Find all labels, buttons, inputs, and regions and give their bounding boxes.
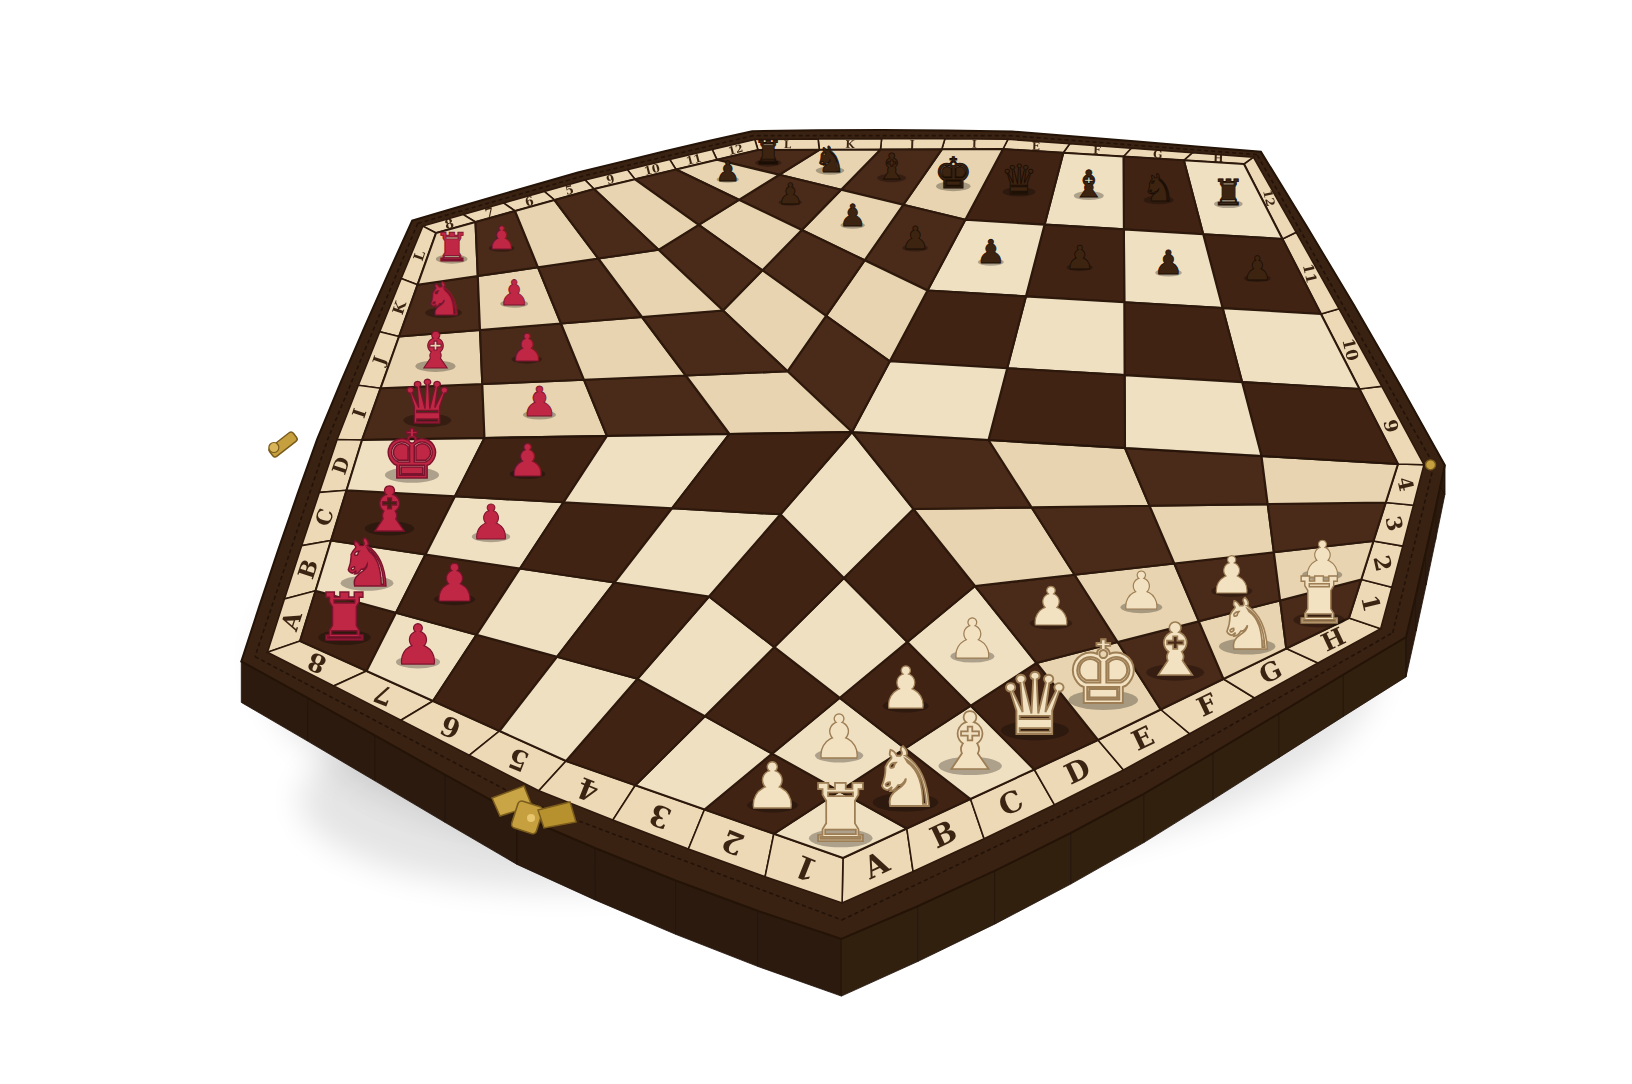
piece-glyph: ♜	[434, 224, 469, 270]
piece-white-knight-g1[interactable]: ♞	[1216, 583, 1279, 666]
piece-glyph: ♝	[935, 695, 1006, 788]
piece-dark-pawn-f11[interactable]: ♟	[1065, 239, 1094, 277]
piece-dark-knight-k12[interactable]: ♞	[814, 139, 846, 180]
piece-dark-pawn-l11[interactable]: ♟	[715, 155, 740, 188]
piece-dark-pawn-j11[interactable]: ♟	[839, 198, 866, 233]
piece-white-pawn-c2[interactable]: ♟	[880, 654, 932, 722]
piece-dark-rook-l12[interactable]: ♜	[754, 133, 784, 172]
three-player-chess-board-photo: ABCDEFGH12349101112HGFEIJKL12111095678LK…	[0, 0, 1632, 1084]
left-latch-pin	[269, 443, 279, 453]
piece-dark-pawn-h11[interactable]: ♟	[1242, 249, 1272, 288]
piece-glyph: ♝	[875, 145, 907, 188]
piece-glyph: ♚	[1064, 622, 1142, 724]
piece-glyph: ♝	[1072, 162, 1106, 206]
piece-glyph: ♟	[1065, 239, 1094, 277]
cell-g4[interactable]	[1125, 448, 1268, 506]
piece-glyph: ♟	[508, 435, 548, 487]
piece-glyph: ♟	[777, 177, 803, 211]
piece-glyph: ♜	[754, 133, 784, 172]
piece-white-pawn-a2[interactable]: ♟	[744, 749, 801, 823]
piece-red-pawn-d7[interactable]: ♟	[508, 435, 548, 487]
piece-glyph: ♜	[315, 579, 374, 655]
piece-red-pawn-a7[interactable]: ♟	[393, 613, 442, 677]
piece-white-queen-d1[interactable]: ♛	[997, 655, 1073, 754]
piece-glyph: ♛	[1001, 156, 1038, 204]
piece-glyph: ♟	[521, 378, 558, 426]
piece-glyph: ♛	[997, 655, 1073, 754]
piece-glyph: ♜	[805, 767, 876, 860]
piece-glyph: ♟	[1154, 243, 1184, 282]
piece-red-rook-a8[interactable]: ♜	[315, 579, 374, 655]
piece-glyph: ♟	[812, 702, 866, 772]
piece-dark-knight-g12[interactable]: ♞	[1142, 166, 1176, 210]
piece-glyph: ♞	[1142, 166, 1176, 210]
piece-white-pawn-b2[interactable]: ♟	[812, 702, 866, 772]
piece-glyph: ♟	[499, 273, 530, 313]
piece-red-pawn-b7[interactable]: ♟	[431, 553, 477, 613]
piece-white-pawn-d2[interactable]: ♟	[948, 607, 997, 671]
piece-glyph: ♜	[1290, 563, 1348, 638]
cell-g9[interactable]	[1125, 375, 1262, 456]
piece-glyph: ♟	[948, 607, 997, 671]
piece-glyph: ♟	[839, 198, 866, 233]
piece-glyph: ♟	[715, 155, 740, 188]
piece-red-knight-k8[interactable]: ♞	[423, 272, 464, 326]
cell-f10[interactable]	[1007, 296, 1124, 375]
piece-glyph: ♝	[1143, 608, 1208, 692]
piece-glyph: ♞	[814, 139, 846, 180]
cell-g10[interactable]	[1124, 302, 1242, 382]
piece-white-rook-h1[interactable]: ♜	[1290, 563, 1348, 638]
piece-white-king-e1[interactable]: ♚	[1064, 622, 1142, 724]
piece-dark-pawn-e11[interactable]: ♟	[976, 233, 1005, 271]
cell-f9[interactable]	[989, 368, 1126, 448]
piece-glyph: ♟	[744, 749, 801, 823]
piece-red-pawn-c7[interactable]: ♟	[469, 494, 512, 550]
piece-glyph: ♟	[469, 494, 512, 550]
piece-dark-rook-h12[interactable]: ♜	[1212, 172, 1244, 213]
piece-red-pawn-j7[interactable]: ♟	[510, 326, 544, 370]
piece-glyph: ♚	[934, 148, 973, 198]
piece-glyph: ♜	[1212, 172, 1244, 213]
piece-glyph: ♟	[1242, 249, 1272, 288]
board-scene: ABCDEFGH12349101112HGFEIJKL12111095678LK…	[0, 0, 1632, 1084]
piece-white-rook-a1[interactable]: ♜	[805, 767, 876, 860]
piece-glyph: ♟	[487, 220, 515, 256]
piece-dark-queen-e12[interactable]: ♛	[1001, 156, 1038, 204]
piece-dark-pawn-k11[interactable]: ♟	[777, 177, 803, 211]
piece-dark-pawn-i11[interactable]: ♟	[901, 220, 929, 256]
piece-glyph: ♞	[869, 730, 943, 825]
piece-glyph: ♞	[1216, 583, 1279, 666]
piece-glyph: ♟	[976, 233, 1005, 271]
piece-red-rook-l8[interactable]: ♜	[434, 224, 469, 270]
right-pin	[1426, 460, 1436, 470]
piece-dark-pawn-g11[interactable]: ♟	[1154, 243, 1184, 282]
piece-dark-king-i12[interactable]: ♚	[934, 148, 973, 198]
piece-red-pawn-k7[interactable]: ♟	[499, 273, 530, 313]
piece-white-bishop-f1[interactable]: ♝	[1143, 608, 1208, 692]
piece-white-bishop-c1[interactable]: ♝	[935, 695, 1006, 788]
piece-glyph: ♟	[901, 220, 929, 256]
piece-dark-bishop-j12[interactable]: ♝	[875, 145, 907, 188]
piece-red-pawn-i7[interactable]: ♟	[521, 378, 558, 426]
piece-glyph: ♟	[393, 613, 442, 677]
piece-glyph: ♞	[423, 272, 464, 326]
piece-glyph: ♟	[880, 654, 932, 722]
piece-glyph: ♟	[431, 553, 477, 613]
front-clasp-stud	[527, 814, 535, 822]
piece-red-pawn-l7[interactable]: ♟	[487, 220, 515, 256]
piece-white-knight-b1[interactable]: ♞	[869, 730, 943, 825]
piece-dark-bishop-f12[interactable]: ♝	[1072, 162, 1106, 206]
piece-glyph: ♟	[510, 326, 544, 370]
